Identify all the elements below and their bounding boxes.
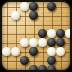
white-stone-c3r1 [20,2,29,11]
white-stone-c5r5 [38,38,47,47]
white-stone-c2r2 [11,11,20,20]
white-stone-c4r5 [29,38,38,47]
white-stone-c6r6 [47,47,56,56]
black-stone-c3r7 [20,56,29,65]
black-stone-c6r1 [47,2,56,11]
grid-line-horizontal [2,61,70,62]
black-stone-c7r4 [56,29,65,38]
white-stone-c7r6 [56,47,65,56]
white-stone-c3r5 [20,38,29,47]
black-stone-c6r5 [47,38,56,47]
black-stone-c5r4 [38,29,47,38]
black-stone-c4r1 [29,2,38,11]
black-stone-c4r2 [29,11,38,20]
grid-line-horizontal [2,25,70,26]
go-app-icon[interactable] [0,0,72,72]
black-stone-c6r7 [47,56,56,65]
black-stone-c7r5 [56,38,65,47]
white-stone-c1r6 [2,47,11,56]
black-stone-c6r8 [47,65,56,70]
white-stone-c6r4 [47,29,56,38]
white-stone-c8r4 [65,29,70,38]
white-stone-c2r6 [11,47,20,56]
go-board [2,2,70,70]
black-stone-c4r8 [29,65,38,70]
black-stone-c4r6 [29,47,38,56]
black-stone-c5r8 [38,65,47,70]
